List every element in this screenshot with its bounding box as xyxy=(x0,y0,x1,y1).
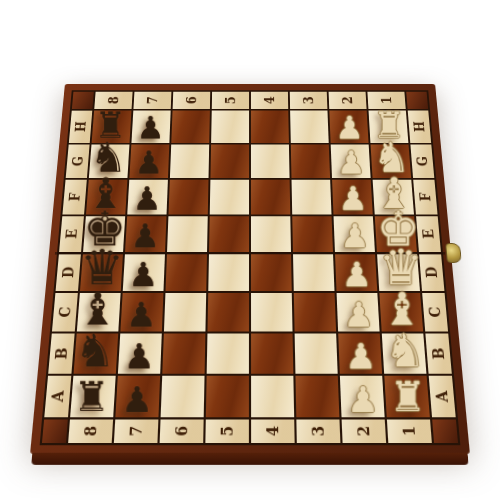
square-b8[interactable]: ♞ xyxy=(74,334,119,374)
square-h6[interactable] xyxy=(171,111,210,143)
frame-corner xyxy=(432,419,458,443)
square-f6[interactable] xyxy=(169,180,209,215)
square-h2[interactable]: ♟ xyxy=(329,111,368,143)
coord-cell: 2 xyxy=(329,92,367,109)
square-g2[interactable]: ♟ xyxy=(331,145,371,178)
square-g3[interactable] xyxy=(291,145,330,178)
black-pawn-b7[interactable]: ♟ xyxy=(118,339,160,375)
square-b5[interactable] xyxy=(207,334,249,374)
square-d4[interactable] xyxy=(251,254,292,291)
square-h5[interactable] xyxy=(211,111,249,143)
coord-cell: A xyxy=(429,376,456,418)
square-b2[interactable]: ♟ xyxy=(338,334,382,374)
coord-cell: D xyxy=(56,254,81,291)
black-pawn-c7[interactable]: ♟ xyxy=(121,298,162,333)
black-pawn-e7[interactable]: ♟ xyxy=(125,220,165,254)
photo-stage: 87654321H♜♟♟♜HG♞♟♟♞GF♝♟♟♝FE♚♟♟♚ED♛♟♟♛DC♝… xyxy=(0,0,500,500)
black-pawn-g7[interactable]: ♟ xyxy=(130,147,169,179)
square-a2[interactable]: ♟ xyxy=(340,376,385,418)
square-f3[interactable] xyxy=(292,180,332,215)
coord-cell: 5 xyxy=(205,419,249,443)
square-h4[interactable] xyxy=(251,111,289,143)
coord-cell: 1 xyxy=(387,419,432,443)
coord-cell: 4 xyxy=(251,92,288,109)
square-b4[interactable] xyxy=(251,334,293,374)
square-c2[interactable]: ♟ xyxy=(337,293,380,332)
square-d6[interactable] xyxy=(166,254,207,291)
square-g6[interactable] xyxy=(170,145,209,178)
frame-corner xyxy=(406,92,428,109)
white-pawn-d2[interactable]: ♟ xyxy=(336,258,377,292)
coord-cell: 3 xyxy=(290,92,328,109)
square-h7[interactable]: ♟ xyxy=(131,111,170,143)
coord-label-bottom-8: 8 xyxy=(77,410,104,453)
square-e6[interactable] xyxy=(167,216,208,252)
square-c3[interactable] xyxy=(294,293,336,332)
square-c6[interactable] xyxy=(164,293,206,332)
chess-board: 87654321H♜♟♟♜HG♞♟♟♞GF♝♟♟♝FE♚♟♟♚ED♛♟♟♛DC♝… xyxy=(30,84,470,454)
square-b3[interactable] xyxy=(295,334,338,374)
coord-cell: A xyxy=(44,376,71,418)
coord-label-bottom-7: 7 xyxy=(123,410,149,453)
square-c4[interactable] xyxy=(251,293,292,332)
square-f4[interactable] xyxy=(251,180,290,215)
white-pawn-e2[interactable]: ♟ xyxy=(335,220,375,254)
coord-cell: B xyxy=(425,334,451,374)
black-pawn-a7[interactable]: ♟ xyxy=(116,382,159,418)
white-pawn-f2[interactable]: ♟ xyxy=(333,183,372,216)
square-f2[interactable]: ♟ xyxy=(332,180,373,215)
black-rook-a8[interactable]: ♜ xyxy=(70,377,113,419)
square-e3[interactable] xyxy=(292,216,333,252)
white-rook-a1[interactable]: ♜ xyxy=(387,377,430,419)
brass-clasp-icon xyxy=(445,243,462,263)
coord-cell: D xyxy=(419,254,444,291)
white-pawn-a2[interactable]: ♟ xyxy=(341,382,384,418)
square-g4[interactable] xyxy=(251,145,290,178)
coord-label-bottom-6: 6 xyxy=(169,410,194,453)
coord-cell: H xyxy=(408,111,431,143)
square-b6[interactable] xyxy=(162,334,205,374)
coord-cell: 7 xyxy=(114,419,159,443)
square-g7[interactable]: ♟ xyxy=(129,145,169,178)
black-pawn-f7[interactable]: ♟ xyxy=(127,183,166,216)
coord-cell: C xyxy=(422,293,448,332)
coord-label-bottom-5: 5 xyxy=(215,410,239,453)
coord-cell: G xyxy=(410,145,434,178)
coord-cell: 5 xyxy=(212,92,249,109)
coord-cell: 2 xyxy=(342,419,387,443)
square-d3[interactable] xyxy=(293,254,334,291)
square-d2[interactable]: ♟ xyxy=(335,254,377,291)
square-g5[interactable] xyxy=(210,145,249,178)
coord-label-bottom-1: 1 xyxy=(396,410,423,453)
square-d5[interactable] xyxy=(208,254,249,291)
coord-cell: B xyxy=(48,334,74,374)
square-e2[interactable]: ♟ xyxy=(334,216,375,252)
square-a8[interactable]: ♜ xyxy=(70,376,116,418)
frame-corner xyxy=(72,92,94,109)
coord-label-bottom-2: 2 xyxy=(351,410,377,453)
black-knight-b8[interactable]: ♞ xyxy=(74,329,116,375)
square-c7[interactable]: ♟ xyxy=(120,293,163,332)
square-e7[interactable]: ♟ xyxy=(125,216,166,252)
square-h3[interactable] xyxy=(290,111,329,143)
square-a1[interactable]: ♜ xyxy=(384,376,430,418)
frame-corner xyxy=(42,419,68,443)
white-pawn-g2[interactable]: ♟ xyxy=(332,147,371,179)
white-pawn-c2[interactable]: ♟ xyxy=(338,298,379,333)
white-pawn-h2[interactable]: ♟ xyxy=(331,112,369,144)
coord-cell: 4 xyxy=(251,419,295,443)
square-f7[interactable]: ♟ xyxy=(127,180,168,215)
coord-label-bottom-4: 4 xyxy=(261,410,285,453)
coord-cell: 7 xyxy=(133,92,171,109)
square-e5[interactable] xyxy=(209,216,249,252)
square-d7[interactable]: ♟ xyxy=(123,254,165,291)
black-pawn-d7[interactable]: ♟ xyxy=(123,258,164,292)
white-pawn-b2[interactable]: ♟ xyxy=(340,339,382,375)
square-b7[interactable]: ♟ xyxy=(118,334,162,374)
black-pawn-h7[interactable]: ♟ xyxy=(132,112,170,144)
square-a7[interactable]: ♟ xyxy=(115,376,160,418)
coord-cell: 6 xyxy=(160,419,204,443)
coord-cell: 6 xyxy=(173,92,211,109)
board-grid: 87654321H♜♟♟♜HG♞♟♟♞GF♝♟♟♝FE♚♟♟♚ED♛♟♟♛DC♝… xyxy=(40,90,461,445)
square-e4[interactable] xyxy=(251,216,291,252)
square-b1[interactable]: ♞ xyxy=(382,334,427,374)
square-f5[interactable] xyxy=(210,180,249,215)
coord-cell: 3 xyxy=(296,419,340,443)
coord-cell: 8 xyxy=(68,419,113,443)
coord-label-bottom-3: 3 xyxy=(306,410,331,453)
square-c5[interactable] xyxy=(207,293,248,332)
white-knight-b1[interactable]: ♞ xyxy=(384,329,426,375)
